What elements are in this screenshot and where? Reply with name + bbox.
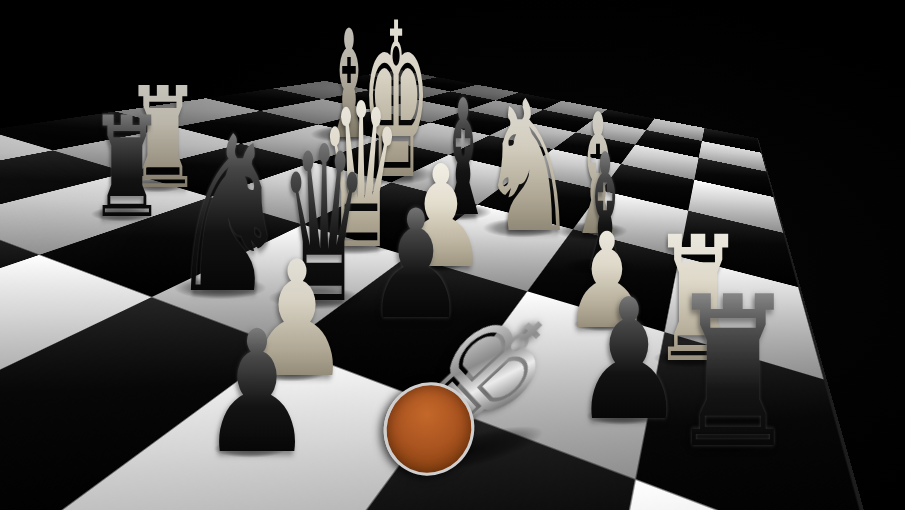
chess-scene: ♜♜♝♚♛♛♞♟♟♝♟♟♞♝♝♟♟♜♜♚ <box>0 0 905 510</box>
black-pawn-center[interactable]: ♟ <box>366 190 467 340</box>
black-pawn-front-left[interactable]: ♟ <box>200 308 314 477</box>
pieces-layer: ♜♜♝♚♛♛♞♟♟♝♟♟♞♝♝♟♟♜♜♚ <box>0 0 905 510</box>
black-rook-left[interactable]: ♜ <box>88 99 165 238</box>
black-rook-front[interactable]: ♜ <box>668 269 799 477</box>
